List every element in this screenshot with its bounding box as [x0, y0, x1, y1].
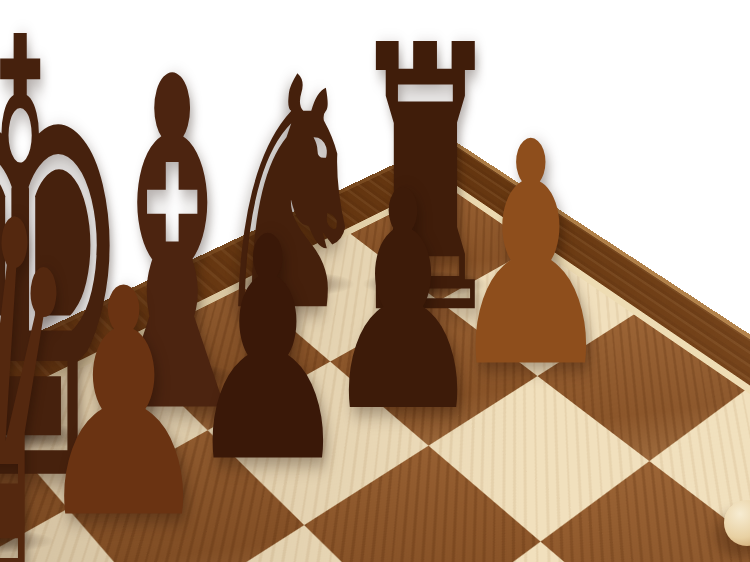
- pieces-layer: ♛♚♝♞♜♟♟♟♟: [0, 0, 750, 562]
- piece-black-queen-d8[interactable]: ♛: [0, 245, 95, 545]
- photo-scene: ♛♚♝♞♜♟♟♟♟: [0, 0, 750, 562]
- queen-glyph: ♛: [0, 139, 83, 562]
